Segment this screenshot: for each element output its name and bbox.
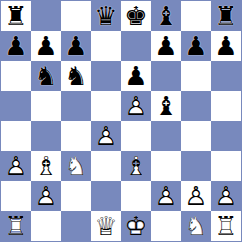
square-b4[interactable] xyxy=(31,121,61,151)
square-g2[interactable]: ♟♙ xyxy=(181,181,211,211)
square-e2[interactable] xyxy=(121,181,151,211)
black-pawn[interactable]: ♟ xyxy=(211,31,241,61)
square-f2[interactable]: ♟♙ xyxy=(151,181,181,211)
square-c6[interactable]: ♞ xyxy=(61,61,91,91)
square-e4[interactable] xyxy=(121,121,151,151)
white-pawn[interactable]: ♙ xyxy=(151,181,181,211)
board-wrap: ♜♛♚♝♜♟♟♟♟♟♟♞♞♟♟♙♝♟♙♟♙♝♗♞♘♝♗♟♙♟♙♟♙♟♙♜♖♛♕♚… xyxy=(0,0,242,242)
square-h3[interactable] xyxy=(211,151,241,181)
white-pawn[interactable]: ♙ xyxy=(91,121,121,151)
black-knight[interactable]: ♞ xyxy=(31,61,61,91)
square-e7[interactable] xyxy=(121,31,151,61)
square-c2[interactable] xyxy=(61,181,91,211)
white-pawn[interactable]: ♙ xyxy=(31,181,61,211)
square-b8[interactable] xyxy=(31,1,61,31)
white-pawn[interactable]: ♙ xyxy=(121,91,151,121)
black-pawn[interactable]: ♟ xyxy=(1,31,31,61)
black-pawn[interactable]: ♟ xyxy=(31,31,61,61)
white-pawn[interactable]: ♙ xyxy=(181,181,211,211)
black-bishop[interactable]: ♝ xyxy=(151,91,181,121)
square-g5[interactable] xyxy=(181,91,211,121)
square-d4[interactable]: ♟♙ xyxy=(91,121,121,151)
square-h6[interactable] xyxy=(211,61,241,91)
square-d3[interactable] xyxy=(91,151,121,181)
square-c7[interactable]: ♟ xyxy=(61,31,91,61)
square-e8[interactable]: ♚ xyxy=(121,1,151,31)
black-knight[interactable]: ♞ xyxy=(61,61,91,91)
square-h7[interactable]: ♟ xyxy=(211,31,241,61)
square-b7[interactable]: ♟ xyxy=(31,31,61,61)
square-f6[interactable] xyxy=(151,61,181,91)
square-a6[interactable] xyxy=(1,61,31,91)
black-rook[interactable]: ♜ xyxy=(1,1,31,31)
square-a3[interactable]: ♟♙ xyxy=(1,151,31,181)
square-f5[interactable]: ♝ xyxy=(151,91,181,121)
white-bishop[interactable]: ♗ xyxy=(121,151,151,181)
square-g3[interactable] xyxy=(181,151,211,181)
black-pawn[interactable]: ♟ xyxy=(121,61,151,91)
square-g1[interactable]: ♞♘ xyxy=(181,211,211,241)
square-h5[interactable] xyxy=(211,91,241,121)
black-rook[interactable]: ♜ xyxy=(211,1,241,31)
black-queen[interactable]: ♛ xyxy=(91,1,121,31)
black-king[interactable]: ♚ xyxy=(121,1,151,31)
square-a4[interactable] xyxy=(1,121,31,151)
square-f1[interactable] xyxy=(151,211,181,241)
square-a1[interactable]: ♜♖ xyxy=(1,211,31,241)
square-g6[interactable] xyxy=(181,61,211,91)
white-pawn[interactable]: ♙ xyxy=(1,151,31,181)
square-d5[interactable] xyxy=(91,91,121,121)
square-e3[interactable]: ♝♗ xyxy=(121,151,151,181)
square-c8[interactable] xyxy=(61,1,91,31)
square-c5[interactable] xyxy=(61,91,91,121)
square-h8[interactable]: ♜ xyxy=(211,1,241,31)
square-h4[interactable] xyxy=(211,121,241,151)
black-pawn[interactable]: ♟ xyxy=(181,31,211,61)
square-g8[interactable] xyxy=(181,1,211,31)
square-b5[interactable] xyxy=(31,91,61,121)
square-d8[interactable]: ♛ xyxy=(91,1,121,31)
square-f3[interactable] xyxy=(151,151,181,181)
white-knight[interactable]: ♘ xyxy=(61,151,91,181)
black-pawn[interactable]: ♟ xyxy=(61,31,91,61)
square-a5[interactable] xyxy=(1,91,31,121)
square-g4[interactable] xyxy=(181,121,211,151)
square-e6[interactable]: ♟ xyxy=(121,61,151,91)
square-d2[interactable] xyxy=(91,181,121,211)
square-f8[interactable]: ♝ xyxy=(151,1,181,31)
square-e1[interactable]: ♚♔ xyxy=(121,211,151,241)
square-d1[interactable]: ♛♕ xyxy=(91,211,121,241)
white-queen[interactable]: ♕ xyxy=(91,211,121,241)
square-d6[interactable] xyxy=(91,61,121,91)
square-b6[interactable]: ♞ xyxy=(31,61,61,91)
white-rook[interactable]: ♖ xyxy=(211,211,241,241)
square-b2[interactable]: ♟♙ xyxy=(31,181,61,211)
square-b1[interactable] xyxy=(31,211,61,241)
square-c1[interactable] xyxy=(61,211,91,241)
white-rook[interactable]: ♖ xyxy=(1,211,31,241)
white-king[interactable]: ♔ xyxy=(121,211,151,241)
black-bishop[interactable]: ♝ xyxy=(151,1,181,31)
square-c4[interactable] xyxy=(61,121,91,151)
square-h1[interactable]: ♜♖ xyxy=(211,211,241,241)
white-bishop[interactable]: ♗ xyxy=(31,151,61,181)
square-a8[interactable]: ♜ xyxy=(1,1,31,31)
white-pawn[interactable]: ♙ xyxy=(211,181,241,211)
square-f4[interactable] xyxy=(151,121,181,151)
black-pawn[interactable]: ♟ xyxy=(151,31,181,61)
square-f7[interactable]: ♟ xyxy=(151,31,181,61)
square-g7[interactable]: ♟ xyxy=(181,31,211,61)
square-b3[interactable]: ♝♗ xyxy=(31,151,61,181)
square-c3[interactable]: ♞♘ xyxy=(61,151,91,181)
square-h2[interactable]: ♟♙ xyxy=(211,181,241,211)
square-d7[interactable] xyxy=(91,31,121,61)
white-knight[interactable]: ♘ xyxy=(181,211,211,241)
chess-board: ♜♛♚♝♜♟♟♟♟♟♟♞♞♟♟♙♝♟♙♟♙♝♗♞♘♝♗♟♙♟♙♟♙♟♙♜♖♛♕♚… xyxy=(0,0,242,242)
square-a7[interactable]: ♟ xyxy=(1,31,31,61)
square-a2[interactable] xyxy=(1,181,31,211)
square-e5[interactable]: ♟♙ xyxy=(121,91,151,121)
